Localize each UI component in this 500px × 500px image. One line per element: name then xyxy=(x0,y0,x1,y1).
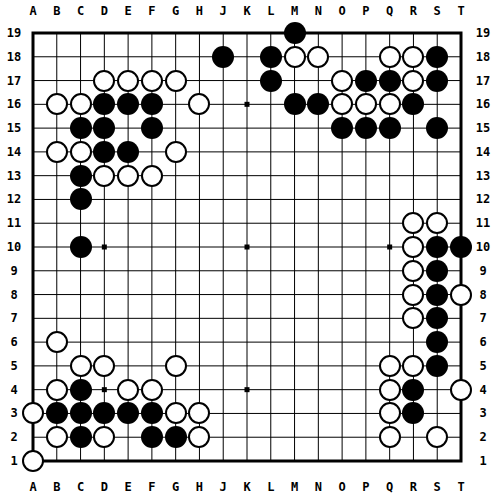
stone-black-F15 xyxy=(141,117,163,139)
coord-label-bottom-F: F xyxy=(140,480,164,494)
coord-label-right-1: 1 xyxy=(471,454,495,468)
stone-white-F13 xyxy=(141,165,163,187)
coord-label-left-5: 5 xyxy=(2,359,26,373)
hoshi-point-K10 xyxy=(245,245,250,250)
stone-white-C14 xyxy=(70,141,92,163)
coord-label-right-2: 2 xyxy=(471,430,495,444)
stone-black-M16 xyxy=(284,93,306,115)
stone-white-G3 xyxy=(165,402,187,424)
coord-label-top-T: T xyxy=(449,4,473,18)
coord-label-left-8: 8 xyxy=(2,288,26,302)
coord-label-left-17: 17 xyxy=(2,74,26,88)
coord-label-right-11: 11 xyxy=(471,216,495,230)
stone-white-G17 xyxy=(165,70,187,92)
coord-label-right-5: 5 xyxy=(471,359,495,373)
stone-white-C5 xyxy=(70,355,92,377)
stone-white-D13 xyxy=(93,165,115,187)
stone-black-P17 xyxy=(355,70,377,92)
stone-black-C2 xyxy=(70,426,92,448)
coord-label-right-8: 8 xyxy=(471,288,495,302)
stone-black-Q15 xyxy=(379,117,401,139)
stone-white-Q2 xyxy=(379,426,401,448)
stone-black-T10 xyxy=(450,236,472,258)
coord-label-right-9: 9 xyxy=(471,264,495,278)
coord-label-right-3: 3 xyxy=(471,406,495,420)
coord-label-bottom-T: T xyxy=(449,480,473,494)
coord-label-top-P: P xyxy=(354,4,378,18)
coord-label-bottom-K: K xyxy=(235,480,259,494)
stone-white-G5 xyxy=(165,355,187,377)
coord-label-left-2: 2 xyxy=(2,430,26,444)
stone-black-C13 xyxy=(70,165,92,187)
coord-label-bottom-P: P xyxy=(354,480,378,494)
coord-label-right-6: 6 xyxy=(471,335,495,349)
coord-label-right-18: 18 xyxy=(471,50,495,64)
coord-label-left-18: 18 xyxy=(2,50,26,64)
stone-white-T8 xyxy=(450,284,472,306)
stone-white-Q5 xyxy=(379,355,401,377)
coord-label-left-11: 11 xyxy=(2,216,26,230)
stone-white-F4 xyxy=(141,379,163,401)
stone-black-M19 xyxy=(284,22,306,44)
coord-label-left-9: 9 xyxy=(2,264,26,278)
stone-white-N18 xyxy=(307,46,329,68)
hoshi-point-D4 xyxy=(102,387,107,392)
coord-label-bottom-N: N xyxy=(306,480,330,494)
hoshi-point-K16 xyxy=(245,102,250,107)
coord-label-bottom-B: B xyxy=(45,480,69,494)
coord-label-bottom-A: A xyxy=(21,480,45,494)
stone-white-E13 xyxy=(117,165,139,187)
coord-label-left-10: 10 xyxy=(2,240,26,254)
coord-label-left-16: 16 xyxy=(2,97,26,111)
stone-white-B14 xyxy=(46,141,68,163)
coord-label-top-A: A xyxy=(21,4,45,18)
coord-label-left-15: 15 xyxy=(2,121,26,135)
coord-label-top-C: C xyxy=(69,4,93,18)
stone-white-C16 xyxy=(70,93,92,115)
coord-label-left-19: 19 xyxy=(2,26,26,40)
stone-black-E14 xyxy=(117,141,139,163)
coord-label-top-G: G xyxy=(164,4,188,18)
stone-white-B6 xyxy=(46,331,68,353)
stone-black-C4 xyxy=(70,379,92,401)
coord-label-right-19: 19 xyxy=(471,26,495,40)
hoshi-point-Q10 xyxy=(387,245,392,250)
coord-label-top-B: B xyxy=(45,4,69,18)
coord-label-top-Q: Q xyxy=(378,4,402,18)
coord-label-right-12: 12 xyxy=(471,192,495,206)
coord-label-left-4: 4 xyxy=(2,383,26,397)
coord-label-bottom-D: D xyxy=(92,480,116,494)
coord-label-bottom-Q: Q xyxy=(378,480,402,494)
coord-label-top-N: N xyxy=(306,4,330,18)
coord-label-top-J: J xyxy=(211,4,235,18)
stone-white-O17 xyxy=(331,70,353,92)
stone-black-F2 xyxy=(141,426,163,448)
stone-white-Q16 xyxy=(379,93,401,115)
go-board[interactable]: ABCDEFGHJKLMNOPQRSTABCDEFGHJKLMNOPQRST19… xyxy=(0,0,500,500)
coord-label-bottom-H: H xyxy=(187,480,211,494)
coord-label-top-D: D xyxy=(92,4,116,18)
stone-white-B4 xyxy=(46,379,68,401)
stone-white-F17 xyxy=(141,70,163,92)
stone-black-S8 xyxy=(426,284,448,306)
stone-black-C3 xyxy=(70,402,92,424)
coord-label-left-14: 14 xyxy=(2,145,26,159)
stone-white-B2 xyxy=(46,426,68,448)
hoshi-point-D10 xyxy=(102,245,107,250)
stone-white-Q18 xyxy=(379,46,401,68)
coord-label-top-E: E xyxy=(116,4,140,18)
coord-label-left-6: 6 xyxy=(2,335,26,349)
stone-black-C12 xyxy=(70,188,92,210)
coord-label-top-S: S xyxy=(425,4,449,18)
coord-label-bottom-G: G xyxy=(164,480,188,494)
coord-label-bottom-S: S xyxy=(425,480,449,494)
stone-black-P15 xyxy=(355,117,377,139)
coord-label-left-13: 13 xyxy=(2,169,26,183)
coord-label-right-4: 4 xyxy=(471,383,495,397)
stone-white-G14 xyxy=(165,141,187,163)
stone-black-S5 xyxy=(426,355,448,377)
coord-label-bottom-O: O xyxy=(330,480,354,494)
stone-black-S9 xyxy=(426,260,448,282)
hoshi-point-K4 xyxy=(245,387,250,392)
stone-white-T4 xyxy=(450,379,472,401)
coord-label-left-12: 12 xyxy=(2,192,26,206)
coord-label-top-M: M xyxy=(283,4,307,18)
stone-black-L17 xyxy=(260,70,282,92)
stone-white-E4 xyxy=(117,379,139,401)
coord-label-bottom-J: J xyxy=(211,480,235,494)
coord-label-bottom-L: L xyxy=(259,480,283,494)
stone-white-B16 xyxy=(46,93,68,115)
coord-label-right-15: 15 xyxy=(471,121,495,135)
stone-black-J18 xyxy=(212,46,234,68)
coord-label-right-10: 10 xyxy=(471,240,495,254)
stone-white-Q4 xyxy=(379,379,401,401)
coord-label-top-F: F xyxy=(140,4,164,18)
coord-label-top-H: H xyxy=(187,4,211,18)
coord-label-bottom-E: E xyxy=(116,480,140,494)
coord-label-top-K: K xyxy=(235,4,259,18)
coord-label-bottom-R: R xyxy=(401,480,425,494)
stone-white-A1 xyxy=(22,450,44,472)
coord-label-right-7: 7 xyxy=(471,311,495,325)
stone-white-D17 xyxy=(93,70,115,92)
stone-white-R17 xyxy=(402,70,424,92)
stone-white-R8 xyxy=(402,284,424,306)
stone-black-L18 xyxy=(260,46,282,68)
coord-label-left-7: 7 xyxy=(2,311,26,325)
coord-label-top-L: L xyxy=(259,4,283,18)
stone-black-S17 xyxy=(426,70,448,92)
coord-label-top-O: O xyxy=(330,4,354,18)
coord-label-bottom-M: M xyxy=(283,480,307,494)
stone-black-C15 xyxy=(70,117,92,139)
coord-label-top-R: R xyxy=(401,4,425,18)
coord-label-right-14: 14 xyxy=(471,145,495,159)
stone-white-M18 xyxy=(284,46,306,68)
stone-white-E17 xyxy=(117,70,139,92)
stone-black-G2 xyxy=(165,426,187,448)
stone-black-S18 xyxy=(426,46,448,68)
stone-black-Q17 xyxy=(379,70,401,92)
stone-black-C10 xyxy=(70,236,92,258)
stone-black-R4 xyxy=(402,379,424,401)
coord-label-bottom-C: C xyxy=(69,480,93,494)
coord-label-right-16: 16 xyxy=(471,97,495,111)
stone-white-Q3 xyxy=(379,402,401,424)
coord-label-right-13: 13 xyxy=(471,169,495,183)
coord-label-right-17: 17 xyxy=(471,74,495,88)
